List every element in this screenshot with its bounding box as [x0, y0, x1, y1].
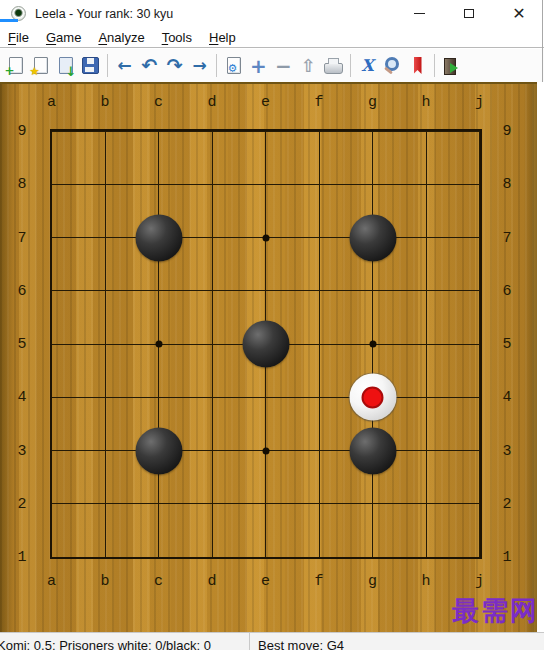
undo-move-button[interactable]: ↶	[137, 52, 162, 79]
new-page-icon: +	[9, 57, 23, 74]
minimize-button[interactable]	[394, 0, 444, 27]
window-edge-highlight	[0, 19, 18, 22]
gear-icon: ⚙	[228, 63, 238, 74]
maximize-button[interactable]	[444, 0, 494, 27]
bookmark-icon	[414, 57, 422, 74]
coord-label-right: 8	[502, 177, 511, 192]
new-rated-game-button[interactable]: ★	[28, 52, 53, 79]
redo-move-button[interactable]: ↷	[162, 52, 187, 79]
coord-label-right: 4	[502, 390, 511, 405]
coord-label-left: 9	[17, 124, 26, 139]
window-border-right	[542, 0, 543, 82]
black-stone	[135, 427, 182, 474]
save-floppy-icon	[82, 57, 99, 74]
score-button[interactable]	[321, 52, 346, 79]
coord-label-bottom: g	[368, 574, 377, 589]
coord-label-top: h	[421, 95, 430, 110]
coord-label-right: 6	[502, 283, 511, 298]
coord-label-bottom: b	[100, 574, 109, 589]
menu-item-file[interactable]: File	[8, 30, 29, 45]
coord-label-left: 5	[17, 337, 26, 352]
coord-label-left: 3	[17, 443, 26, 458]
coord-label-right: 7	[502, 230, 511, 245]
coord-label-top: c	[154, 95, 163, 110]
menu-bar: FileGameAnalyzeToolsHelp	[0, 27, 544, 48]
new-rated-page-icon: ★	[34, 57, 48, 74]
coord-label-left: 4	[17, 390, 26, 405]
black-stone	[349, 214, 396, 261]
exit-button[interactable]	[439, 52, 464, 79]
coord-label-left: 7	[17, 230, 26, 245]
window-title: Leela - Your rank: 30 kyu	[35, 7, 173, 21]
new-game-button[interactable]: +	[3, 52, 28, 79]
hoshi-point	[369, 341, 376, 348]
coord-label-bottom: c	[154, 574, 163, 589]
hoshi-point	[155, 341, 162, 348]
open-file-icon: ↓	[59, 57, 73, 74]
exit-door-icon	[442, 58, 461, 74]
jump-to-start-button[interactable]: ←	[112, 52, 137, 79]
coord-label-top: d	[207, 95, 216, 110]
toolbar-separator	[216, 54, 217, 77]
coord-label-left: 2	[17, 496, 26, 511]
status-komi-prisoners: Komi: 0.5; Prisoners white: 0/black: 0	[0, 633, 249, 650]
coord-label-bottom: f	[314, 574, 323, 589]
coord-label-bottom: d	[207, 574, 216, 589]
coord-label-left: 6	[17, 283, 26, 298]
last-move-marker	[362, 386, 384, 408]
coord-label-top: j	[475, 95, 484, 110]
black-stone	[135, 214, 182, 261]
decrease-button[interactable]: −	[271, 52, 296, 79]
resign-x-icon: X	[361, 58, 373, 74]
hoshi-point	[262, 447, 269, 454]
plus-badge-icon: +	[5, 65, 15, 77]
toolbar: +★↓←↶↷→⚙+−⇧X	[0, 49, 544, 82]
coord-label-bottom: h	[421, 574, 430, 589]
minimize-icon	[414, 13, 425, 14]
down-arrow-badge-icon: ↓	[66, 65, 77, 78]
coord-label-right: 2	[502, 496, 511, 511]
coord-label-left: 8	[17, 177, 26, 192]
menu-item-help[interactable]: Help	[209, 30, 236, 45]
title-bar[interactable]: Leela - Your rank: 30 kyu ✕	[0, 0, 544, 27]
arrow-right-icon: →	[192, 57, 206, 74]
black-stone	[349, 427, 396, 474]
increase-button[interactable]: +	[246, 52, 271, 79]
magnifier-icon	[383, 56, 402, 75]
plus-icon: +	[250, 56, 267, 76]
coord-label-top: e	[261, 95, 270, 110]
coord-label-right: 1	[502, 550, 511, 565]
arrow-left-icon: ←	[117, 57, 131, 74]
coord-label-right: 9	[502, 124, 511, 139]
status-best-move: Best move: G4	[250, 633, 344, 650]
resign-button[interactable]: X	[355, 52, 380, 79]
toolbar-separator	[434, 54, 435, 77]
toolbar-separator	[350, 54, 351, 77]
coord-label-top: g	[368, 95, 377, 110]
green-arrow-shape	[450, 63, 463, 73]
pass-button[interactable]: ⇧	[296, 52, 321, 79]
status-bar: Komi: 0.5; Prisoners white: 0/black: 0 B…	[0, 632, 544, 650]
close-icon: ✕	[512, 6, 525, 22]
star-badge-icon: ★	[30, 66, 40, 77]
hoshi-point	[262, 234, 269, 241]
open-sgf-button[interactable]: ↓	[53, 52, 78, 79]
coord-label-left: 1	[17, 550, 26, 565]
coord-label-bottom: e	[261, 574, 270, 589]
bookmark-button[interactable]	[405, 52, 430, 79]
black-stone	[242, 321, 289, 368]
maximize-icon	[464, 9, 474, 18]
undo-icon: ↶	[142, 56, 158, 75]
coord-label-top: b	[100, 95, 109, 110]
coord-label-top: a	[47, 95, 56, 110]
close-button[interactable]: ✕	[494, 0, 544, 27]
window-controls: ✕	[394, 0, 544, 27]
settings-button[interactable]: ⚙	[221, 52, 246, 79]
coord-label-bottom: j	[475, 574, 484, 589]
toolbar-separator	[107, 54, 108, 77]
minus-icon: −	[275, 56, 292, 76]
printer-icon	[324, 63, 343, 74]
up-arrow-icon: ⇧	[301, 57, 316, 75]
coord-label-top: f	[314, 95, 323, 110]
redo-icon: ↷	[167, 56, 183, 75]
analyze-button[interactable]	[380, 52, 405, 79]
coord-label-right: 5	[502, 337, 511, 352]
goban[interactable]: aabbccddeeffgghhjj998877665544332211	[0, 82, 537, 632]
menu-item-tools[interactable]: Tools	[162, 30, 192, 45]
coord-label-bottom: a	[47, 574, 56, 589]
menu-item-game[interactable]: Game	[46, 30, 81, 45]
save-sgf-button[interactable]	[78, 52, 103, 79]
white-stone	[349, 374, 396, 421]
jump-to-end-button[interactable]: →	[187, 52, 212, 79]
settings-page-icon: ⚙	[227, 57, 241, 74]
watermark: 最需网	[452, 597, 539, 624]
coord-label-right: 3	[502, 443, 511, 458]
menu-item-analyze[interactable]: Analyze	[98, 30, 144, 45]
